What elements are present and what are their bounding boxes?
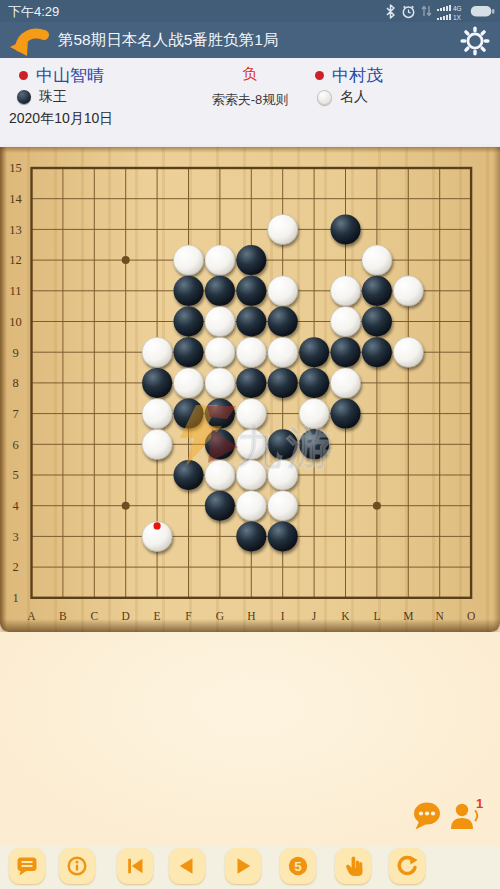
svg-text:10: 10: [9, 315, 22, 329]
svg-text:B: B: [59, 610, 67, 622]
svg-text:O: O: [467, 610, 475, 622]
chat-button[interactable]: [412, 801, 444, 835]
svg-text:5: 5: [12, 468, 18, 482]
stone: [174, 460, 204, 490]
svg-text:6: 6: [12, 438, 18, 452]
redo-button[interactable]: [389, 848, 425, 884]
bluetooth-icon: [385, 4, 396, 19]
svg-text:14: 14: [9, 192, 22, 206]
svg-text:15: 15: [9, 161, 22, 175]
svg-text:K: K: [341, 610, 350, 622]
stone: [299, 368, 329, 398]
signal-bars-icon: 4G 1X: [437, 3, 465, 20]
stone: [362, 307, 392, 337]
jump-5-button[interactable]: 5: [280, 848, 316, 884]
bottom-toolbar: 5: [0, 845, 500, 889]
comment-button[interactable]: [9, 848, 45, 884]
status-bar: 下午4:29 4G 1X: [0, 0, 500, 22]
stone: [236, 491, 266, 521]
stone: [268, 337, 298, 367]
stone: [205, 460, 235, 490]
svg-text:E: E: [154, 610, 161, 622]
gear-icon: [460, 26, 490, 56]
svg-text:A: A: [27, 610, 36, 622]
network-type-secondary: 1X: [453, 14, 462, 20]
stone: [268, 214, 298, 244]
alarm-icon: [401, 4, 416, 19]
match-info-panel: 中山智晴 负 中村茂 珠王 索索夫-8规则 名人 2020年10月10日: [0, 58, 500, 147]
stone: [331, 276, 361, 306]
svg-text:9: 9: [12, 346, 18, 360]
stone: [299, 337, 329, 367]
svg-text:11: 11: [9, 284, 21, 298]
stone: [142, 337, 172, 367]
stone: [142, 429, 172, 459]
svg-text:2: 2: [12, 560, 18, 574]
page-title: 第58期日本名人战5番胜负第1局: [58, 30, 278, 51]
stone: [268, 276, 298, 306]
svg-text:D: D: [122, 610, 130, 622]
board-grid: 151413121110987654321ABCDEFGHIJKLMNO 九游: [0, 147, 500, 632]
svg-text:M: M: [403, 610, 413, 622]
svg-text:I: I: [281, 610, 285, 622]
jump-5-icon: 5: [286, 854, 310, 878]
svg-text:J: J: [312, 610, 317, 622]
match-date: 2020年10月10日: [9, 110, 113, 128]
jump-5-label: 5: [294, 859, 302, 874]
stone: [174, 307, 204, 337]
stone: [205, 307, 235, 337]
stone: [205, 337, 235, 367]
network-type-primary: 4G: [453, 5, 462, 12]
stone: [331, 368, 361, 398]
skip-to-start-button[interactable]: [117, 848, 153, 884]
stone: [205, 368, 235, 398]
stone: [362, 276, 392, 306]
watermark-text: 九游: [235, 421, 338, 473]
svg-text:G: G: [216, 610, 224, 622]
stone: [236, 521, 266, 551]
svg-text:8: 8: [12, 376, 18, 390]
stone: [268, 491, 298, 521]
svg-text:4: 4: [12, 499, 19, 513]
redo-icon: [395, 854, 419, 878]
updown-arrows-icon: [421, 4, 432, 18]
stone: [331, 307, 361, 337]
svg-text:12: 12: [9, 253, 22, 267]
info-icon: [65, 854, 89, 878]
white-player-title: 名人: [340, 88, 368, 106]
white-player-row: 中村茂: [315, 64, 383, 87]
contacts-button[interactable]: 1: [448, 797, 486, 841]
stone: [331, 337, 361, 367]
svg-text:F: F: [185, 610, 191, 622]
svg-text:C: C: [90, 610, 98, 622]
stone: [362, 337, 392, 367]
stone: [205, 245, 235, 275]
stone: [236, 276, 266, 306]
stone: [205, 491, 235, 521]
result-text: 负: [0, 65, 500, 84]
stone: [174, 276, 204, 306]
header: 第58期日本名人战5番胜负第1局: [0, 22, 500, 58]
person-icon: 1: [448, 797, 486, 837]
status-icons: 4G 1X: [385, 0, 495, 22]
white-player-title-row: 名人: [317, 88, 368, 106]
hand-tool-button[interactable]: [335, 848, 371, 884]
stone: [268, 368, 298, 398]
settings-button[interactable]: [460, 26, 490, 56]
next-icon: [231, 854, 255, 878]
next-move-button[interactable]: [225, 848, 261, 884]
chat-bubble-icon: [412, 801, 444, 831]
svg-text:H: H: [247, 610, 255, 622]
battery-icon: [470, 5, 495, 18]
rule-text: 索索夫-8规则: [0, 91, 500, 109]
game-board[interactable]: 151413121110987654321ABCDEFGHIJKLMNO 九游: [0, 147, 500, 632]
hand-pointer-icon: [341, 854, 365, 878]
last-move-marker: [154, 522, 161, 529]
svg-text:L: L: [373, 610, 380, 622]
stone: [174, 245, 204, 275]
app-screen: 下午4:29 4G 1X: [0, 0, 500, 889]
back-button[interactable]: [8, 25, 50, 57]
stone: [362, 245, 392, 275]
contacts-badge: 1: [476, 797, 483, 811]
white-player-name: 中村茂: [332, 64, 383, 87]
svg-text:13: 13: [9, 223, 22, 237]
stone: [268, 307, 298, 337]
white-player-dot: [315, 71, 324, 80]
stone: [268, 521, 298, 551]
back-arrow-icon: [8, 25, 50, 57]
stone: [393, 276, 423, 306]
clock-time: 下午4:29: [8, 3, 59, 21]
svg-text:3: 3: [12, 530, 18, 544]
stone: [393, 337, 423, 367]
stone: [236, 245, 266, 275]
stone: [236, 368, 266, 398]
stone: [174, 337, 204, 367]
stone: [236, 307, 266, 337]
svg-text:N: N: [436, 610, 445, 622]
comment-icon: [15, 854, 39, 878]
stone: [331, 214, 361, 244]
info-button[interactable]: [59, 848, 95, 884]
stone: [236, 337, 266, 367]
svg-text:7: 7: [12, 407, 18, 421]
previous-move-button[interactable]: [169, 848, 205, 884]
stone: [205, 276, 235, 306]
stone: [174, 368, 204, 398]
stone: [142, 399, 172, 429]
previous-icon: [175, 854, 199, 878]
stone: [142, 368, 172, 398]
skip-to-start-icon: [123, 854, 147, 878]
svg-text:1: 1: [12, 591, 18, 605]
white-stone-icon: [317, 90, 332, 105]
